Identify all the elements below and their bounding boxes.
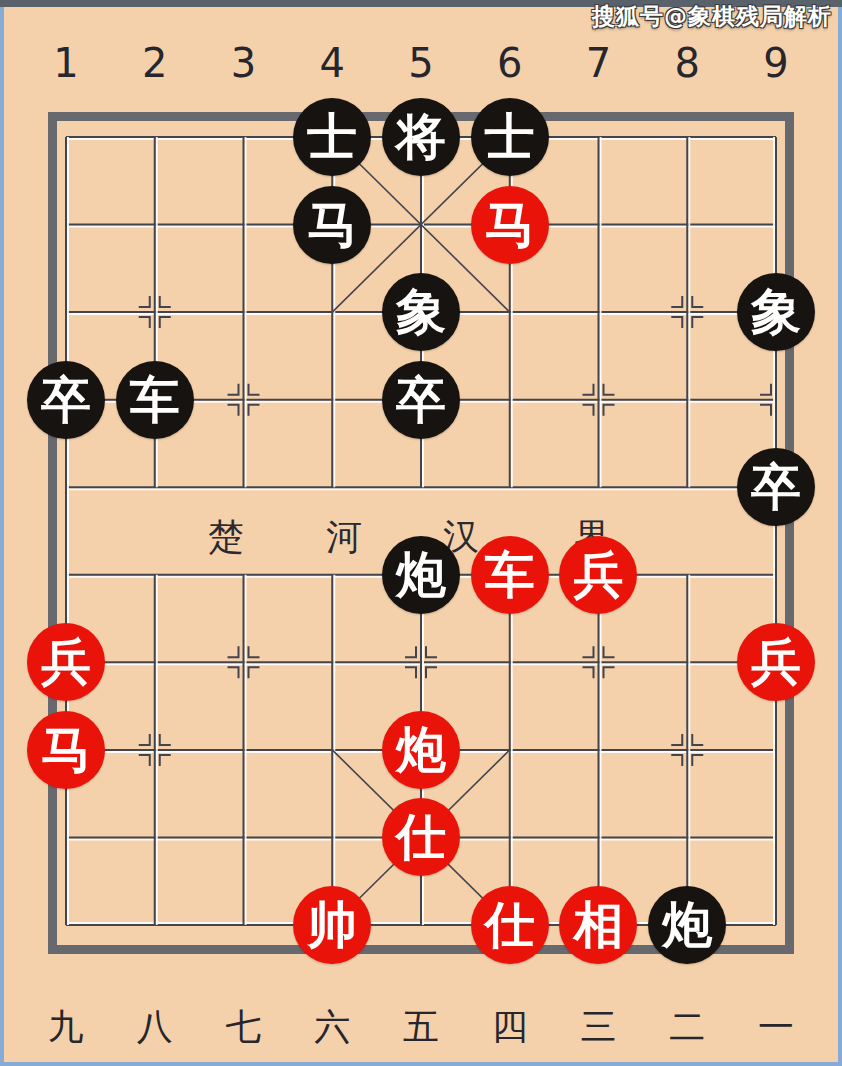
file-number-bottom: 三 [554, 1003, 643, 1052]
file-number-bottom: 八 [110, 1003, 199, 1052]
file-number-top: 8 [643, 40, 732, 86]
file-number-bottom: 一 [732, 1003, 821, 1052]
piece-black-advisor-2[interactable]: 士 [471, 98, 549, 176]
file-number-bottom: 六 [288, 1003, 377, 1052]
file-number-top: 9 [732, 40, 821, 86]
piece-black-soldier-3[interactable]: 卒 [737, 448, 815, 526]
piece-black-horse[interactable]: 马 [293, 186, 371, 264]
frame-bottom [0, 1062, 842, 1066]
piece-red-soldier-1[interactable]: 兵 [559, 536, 637, 614]
file-number-bottom: 四 [465, 1003, 554, 1052]
piece-black-general[interactable]: 将 [382, 98, 460, 176]
file-number-top: 6 [465, 40, 554, 86]
piece-red-horse-2[interactable]: 马 [27, 711, 105, 789]
piece-black-soldier-2[interactable]: 卒 [382, 361, 460, 439]
piece-red-advisor-1[interactable]: 仕 [382, 798, 460, 876]
file-number-top: 1 [22, 40, 111, 86]
piece-black-cannon-1[interactable]: 炮 [382, 536, 460, 614]
page: 搜狐号@象棋残局解析 123456789 楚河汉界士将士马马象象卒车卒卒炮车兵兵… [0, 0, 842, 1066]
file-number-top: 2 [110, 40, 199, 86]
file-number-top: 3 [199, 40, 288, 86]
file-number-bottom: 二 [643, 1003, 732, 1052]
piece-red-elephant[interactable]: 相 [559, 886, 637, 964]
piece-red-soldier-3[interactable]: 兵 [737, 623, 815, 701]
piece-red-soldier-2[interactable]: 兵 [27, 623, 105, 701]
piece-red-general[interactable]: 帅 [293, 886, 371, 964]
piece-black-elephant-1[interactable]: 象 [382, 273, 460, 351]
frame-right [838, 7, 842, 1066]
file-number-bottom: 九 [22, 1003, 111, 1052]
watermark: 搜狐号@象棋残局解析 [592, 1, 832, 32]
piece-black-cannon-2[interactable]: 炮 [648, 886, 726, 964]
piece-black-chariot[interactable]: 车 [116, 361, 194, 439]
piece-black-elephant-2[interactable]: 象 [737, 273, 815, 351]
piece-red-chariot[interactable]: 车 [471, 536, 549, 614]
file-number-bottom: 七 [199, 1003, 288, 1052]
piece-black-soldier-1[interactable]: 卒 [27, 361, 105, 439]
piece-red-horse-1[interactable]: 马 [471, 186, 549, 264]
frame-left [0, 7, 4, 1066]
piece-black-advisor-1[interactable]: 士 [293, 98, 371, 176]
file-numbers-top: 123456789 [22, 40, 821, 86]
piece-red-advisor-2[interactable]: 仕 [471, 886, 549, 964]
file-number-top: 7 [554, 40, 643, 86]
file-number-bottom: 五 [377, 1003, 466, 1052]
xiangqi-board[interactable]: 士将士马马象象卒车卒卒炮车兵兵兵马炮仕帅仕相炮 [22, 93, 821, 969]
file-number-top: 4 [288, 40, 377, 86]
file-number-top: 5 [377, 40, 466, 86]
piece-red-cannon[interactable]: 炮 [382, 711, 460, 789]
file-numbers-bottom: 九八七六五四三二一 [22, 1003, 821, 1052]
